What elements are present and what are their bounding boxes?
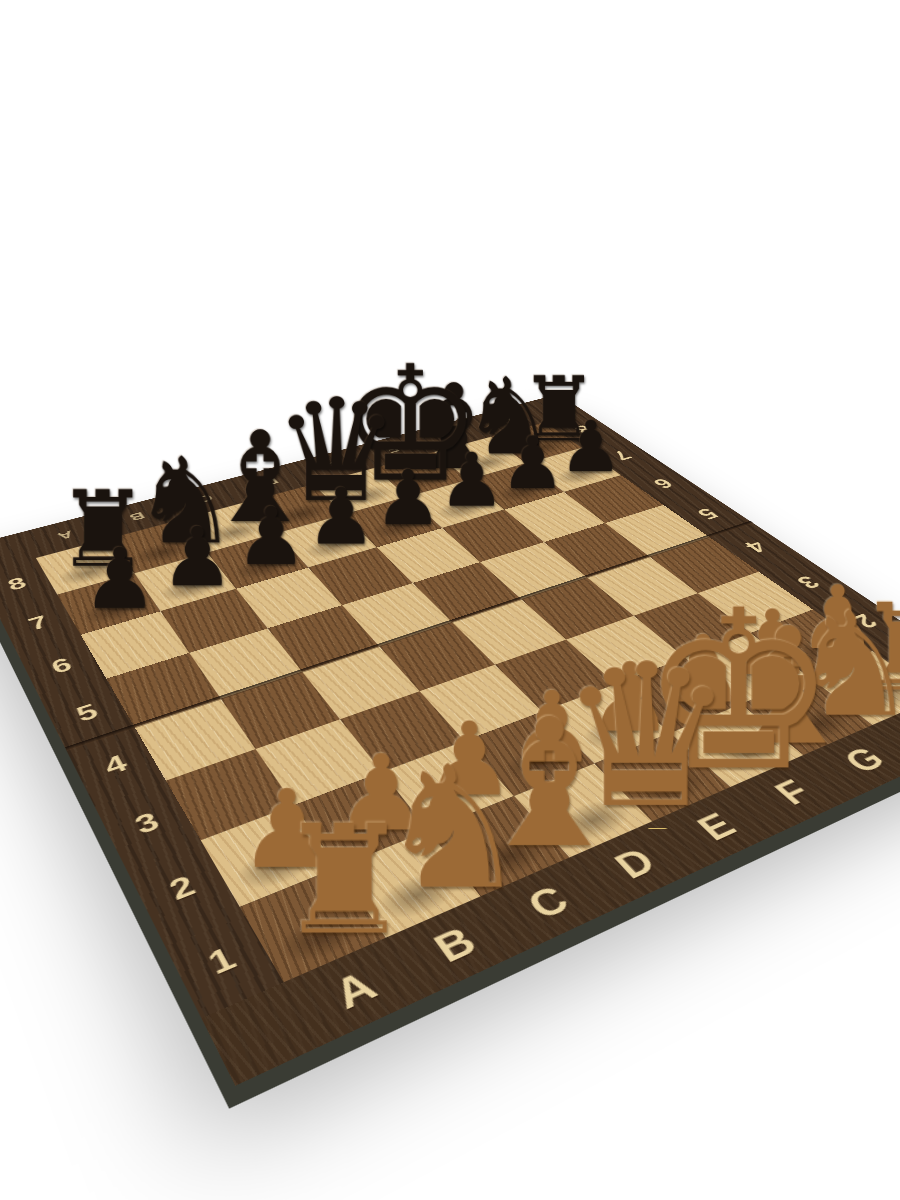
black-pawn: ♟ [303, 478, 379, 556]
black-pawn: ♟ [371, 460, 445, 536]
white-rook: ♜ [277, 805, 390, 956]
black-pawn: ♟ [436, 443, 508, 517]
black-pawn: ♟ [158, 516, 238, 598]
chess-set-photo: ABCDEFGH 87654321 87654321 ABCDEFGH ♜♞♝♛… [0, 0, 900, 1200]
black-pawn: ♟ [232, 497, 310, 577]
square-c4 [302, 646, 420, 719]
folding-chess-board: ABCDEFGH 87654321 87654321 ABCDEFGH ♜♞♝♛… [0, 394, 900, 1086]
black-pawn: ♟ [79, 537, 161, 621]
